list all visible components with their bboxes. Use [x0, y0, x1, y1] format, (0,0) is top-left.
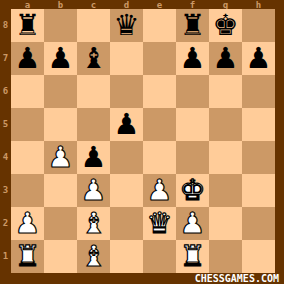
square-h8[interactable]: [242, 9, 275, 42]
square-f1[interactable]: ♜: [176, 240, 209, 273]
black-pawn-a7[interactable]: ♟: [11, 42, 44, 75]
square-g8[interactable]: ♚: [209, 9, 242, 42]
square-f8[interactable]: ♜: [176, 9, 209, 42]
square-e5[interactable]: [143, 108, 176, 141]
square-e3[interactable]: ♟: [143, 174, 176, 207]
square-a2[interactable]: ♟: [11, 207, 44, 240]
square-d3[interactable]: [110, 174, 143, 207]
square-h3[interactable]: [242, 174, 275, 207]
square-a7[interactable]: ♟: [11, 42, 44, 75]
square-b7[interactable]: ♟: [44, 42, 77, 75]
square-g1[interactable]: [209, 240, 242, 273]
square-c1[interactable]: ♝: [77, 240, 110, 273]
white-king-f3[interactable]: ♚: [176, 174, 209, 207]
square-d1[interactable]: [110, 240, 143, 273]
rank-label-5: 5: [0, 108, 11, 141]
rank-label-3: 3: [0, 174, 11, 207]
square-a8[interactable]: ♜: [11, 9, 44, 42]
black-queen-d8[interactable]: ♛: [110, 9, 143, 42]
rank-label-2: 2: [0, 207, 11, 240]
square-g4[interactable]: [209, 141, 242, 174]
white-pawn-c3[interactable]: ♟: [77, 174, 110, 207]
black-bishop-c7[interactable]: ♝: [77, 42, 110, 75]
square-h7[interactable]: ♟: [242, 42, 275, 75]
square-a5[interactable]: [11, 108, 44, 141]
black-pawn-h7[interactable]: ♟: [242, 42, 275, 75]
black-pawn-g7[interactable]: ♟: [209, 42, 242, 75]
white-bishop-c2[interactable]: ♝: [77, 207, 110, 240]
black-pawn-c4[interactable]: ♟: [77, 141, 110, 174]
square-e1[interactable]: [143, 240, 176, 273]
square-b5[interactable]: [44, 108, 77, 141]
square-h6[interactable]: [242, 75, 275, 108]
board: ♜♛♜♚♟♟♝♟♟♟♟♟♟♟♟♚♟♝♛♟♜♝♜: [11, 9, 275, 273]
square-h5[interactable]: [242, 108, 275, 141]
square-c3[interactable]: ♟: [77, 174, 110, 207]
square-h4[interactable]: [242, 141, 275, 174]
white-rook-a1[interactable]: ♜: [11, 240, 44, 273]
rank-label-6: 6: [0, 75, 11, 108]
square-c5[interactable]: [77, 108, 110, 141]
square-f6[interactable]: [176, 75, 209, 108]
square-e6[interactable]: [143, 75, 176, 108]
black-pawn-d5[interactable]: ♟: [110, 108, 143, 141]
black-pawn-b7[interactable]: ♟: [44, 42, 77, 75]
square-e2[interactable]: ♛: [143, 207, 176, 240]
black-king-g8[interactable]: ♚: [209, 9, 242, 42]
square-b8[interactable]: [44, 9, 77, 42]
square-c7[interactable]: ♝: [77, 42, 110, 75]
square-c6[interactable]: [77, 75, 110, 108]
square-g5[interactable]: [209, 108, 242, 141]
square-a4[interactable]: [11, 141, 44, 174]
square-c4[interactable]: ♟: [77, 141, 110, 174]
white-bishop-c1[interactable]: ♝: [77, 240, 110, 273]
white-pawn-e3[interactable]: ♟: [143, 174, 176, 207]
square-f3[interactable]: ♚: [176, 174, 209, 207]
site-watermark: CHESSGAMES.COM: [195, 273, 279, 284]
black-pawn-f7[interactable]: ♟: [176, 42, 209, 75]
square-g2[interactable]: [209, 207, 242, 240]
white-queen-e2[interactable]: ♛: [143, 207, 176, 240]
square-b1[interactable]: [44, 240, 77, 273]
square-g6[interactable]: [209, 75, 242, 108]
square-d5[interactable]: ♟: [110, 108, 143, 141]
rank-label-1: 1: [0, 240, 11, 273]
white-pawn-f2[interactable]: ♟: [176, 207, 209, 240]
white-pawn-b4[interactable]: ♟: [44, 141, 77, 174]
square-a6[interactable]: [11, 75, 44, 108]
square-h1[interactable]: [242, 240, 275, 273]
square-c8[interactable]: [77, 9, 110, 42]
square-a3[interactable]: [11, 174, 44, 207]
square-b6[interactable]: [44, 75, 77, 108]
board-frame: abcdefgh 87654321 ♜♛♜♚♟♟♝♟♟♟♟♟♟♟♟♚♟♝♛♟♜♝…: [0, 0, 284, 284]
rank-label-7: 7: [0, 42, 11, 75]
square-g7[interactable]: ♟: [209, 42, 242, 75]
rank-label-8: 8: [0, 9, 11, 42]
square-b2[interactable]: [44, 207, 77, 240]
square-c2[interactable]: ♝: [77, 207, 110, 240]
black-rook-f8[interactable]: ♜: [176, 9, 209, 42]
white-rook-f1[interactable]: ♜: [176, 240, 209, 273]
white-pawn-a2[interactable]: ♟: [11, 207, 44, 240]
square-e7[interactable]: [143, 42, 176, 75]
rank-labels: 87654321: [0, 9, 11, 273]
square-d6[interactable]: [110, 75, 143, 108]
square-d2[interactable]: [110, 207, 143, 240]
square-b4[interactable]: ♟: [44, 141, 77, 174]
square-f4[interactable]: [176, 141, 209, 174]
square-d8[interactable]: ♛: [110, 9, 143, 42]
square-b3[interactable]: [44, 174, 77, 207]
rank-label-4: 4: [0, 141, 11, 174]
square-e8[interactable]: [143, 9, 176, 42]
square-d4[interactable]: [110, 141, 143, 174]
square-e4[interactable]: [143, 141, 176, 174]
square-g3[interactable]: [209, 174, 242, 207]
square-f5[interactable]: [176, 108, 209, 141]
square-h2[interactable]: [242, 207, 275, 240]
square-f7[interactable]: ♟: [176, 42, 209, 75]
square-a1[interactable]: ♜: [11, 240, 44, 273]
black-rook-a8[interactable]: ♜: [11, 9, 44, 42]
square-f2[interactable]: ♟: [176, 207, 209, 240]
square-d7[interactable]: [110, 42, 143, 75]
